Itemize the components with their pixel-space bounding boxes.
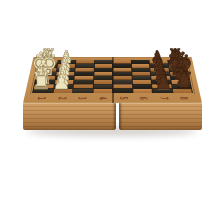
square xyxy=(53,89,72,93)
box-front-face-right xyxy=(119,103,202,130)
chess-board: 12345678 xyxy=(23,57,202,103)
file-label: 8 xyxy=(173,94,195,103)
file-label: 4 xyxy=(92,94,113,103)
file-label: 7 xyxy=(153,94,175,103)
box-front-face-left xyxy=(23,103,116,130)
square xyxy=(93,89,112,93)
file-label: 2 xyxy=(51,94,73,103)
square xyxy=(113,89,132,93)
file-label: 5 xyxy=(112,94,133,103)
file-label: 1 xyxy=(30,94,52,103)
square xyxy=(33,89,53,93)
file-label: 6 xyxy=(132,94,153,103)
product-photo-chess-set: 12345678 ♜♟♟♜♞♟♟♞♝♟♟♝♛♟♟♛♚♟♟♚♝♟♟♝♞♟♟♞♜♟♟… xyxy=(0,0,224,224)
square xyxy=(133,89,152,93)
file-label: 3 xyxy=(71,94,92,103)
fold-hinge-seam xyxy=(112,57,114,103)
square xyxy=(152,89,171,93)
square xyxy=(73,89,92,93)
square xyxy=(172,89,192,93)
